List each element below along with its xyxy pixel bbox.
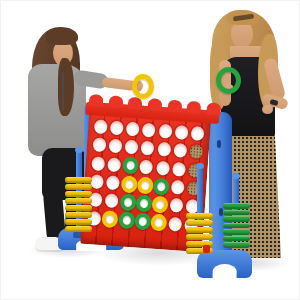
- left-player-necklace: [62, 72, 64, 110]
- left-player-hair-fringe: [46, 27, 78, 45]
- board-cell-r4c5[interactable]: [153, 177, 171, 196]
- board-cell-r1c7[interactable]: [189, 124, 207, 143]
- board-cell-r3c4[interactable]: [138, 157, 156, 176]
- empty-hole: [91, 156, 105, 171]
- board-cell-r5c4[interactable]: [135, 194, 153, 213]
- spare-ring: [223, 229, 250, 235]
- empty-hole: [170, 198, 184, 213]
- empty-hole: [190, 145, 204, 160]
- spare-ring: [65, 219, 92, 225]
- empty-hole: [140, 159, 154, 174]
- green-ring-piece: [134, 213, 151, 231]
- green-ring-piece: [122, 157, 139, 175]
- board-scallops: [86, 94, 224, 113]
- green-ring-piece: [118, 212, 135, 230]
- board-cell-r5c5[interactable]: [152, 195, 170, 214]
- board-cell-r2c5[interactable]: [155, 140, 173, 159]
- scallop-bump: [108, 95, 123, 108]
- board-cell-r4c2[interactable]: [104, 173, 122, 192]
- empty-hole: [106, 176, 120, 191]
- board-cell-r2c4[interactable]: [139, 139, 157, 158]
- board-cell-r6c5[interactable]: [150, 213, 168, 232]
- spare-ring: [223, 223, 250, 229]
- spare-ring: [186, 220, 213, 226]
- spare-ring: [65, 191, 92, 197]
- board-cell-r2c7[interactable]: [188, 142, 206, 161]
- board-cell-r1c4[interactable]: [140, 121, 158, 140]
- board-cell-r3c5[interactable]: [154, 158, 172, 177]
- empty-hole: [142, 123, 156, 138]
- board-cell-r4c3[interactable]: [120, 174, 138, 193]
- board-cell-r3c1[interactable]: [89, 154, 107, 173]
- empty-hole: [125, 140, 139, 155]
- right-player-right-hand: [262, 105, 273, 114]
- empty-hole: [175, 125, 189, 140]
- empty-hole: [105, 194, 119, 209]
- board-cell-r6c3[interactable]: [118, 211, 136, 230]
- spare-ring: [65, 184, 92, 190]
- yellow-ring-piece: [102, 210, 119, 228]
- board-cell-r2c1[interactable]: [90, 136, 108, 155]
- spare-ring: [65, 226, 92, 232]
- spare-ring: [223, 236, 250, 242]
- board-cell-r5c2[interactable]: [103, 192, 121, 211]
- board-cell-r1c2[interactable]: [108, 118, 126, 137]
- board-cell-r1c5[interactable]: [157, 122, 175, 141]
- spare-ring: [65, 212, 92, 218]
- green-ring-stack-right: [223, 202, 250, 248]
- yellow-ring-piece: [120, 175, 137, 193]
- empty-hole: [191, 126, 205, 141]
- left-player-hair-strand: [58, 58, 74, 116]
- scallop-bump: [89, 94, 104, 107]
- yellow-ring-piece: [152, 196, 169, 214]
- empty-hole: [126, 122, 140, 137]
- spare-ring: [223, 203, 250, 209]
- board-cell-r5c6[interactable]: [168, 196, 186, 215]
- empty-hole: [172, 162, 186, 177]
- empty-hole: [92, 138, 106, 153]
- board-cell-r3c6[interactable]: [170, 159, 188, 178]
- spare-ring: [223, 242, 250, 248]
- board-cell-r4c4[interactable]: [137, 176, 155, 195]
- post-slot: [217, 140, 221, 148]
- board-cell-r2c2[interactable]: [107, 137, 125, 156]
- board-cell-r1c3[interactable]: [124, 120, 142, 139]
- spare-ring: [186, 213, 213, 219]
- empty-hole: [171, 180, 185, 195]
- scallop-bump: [148, 98, 163, 111]
- board-cell-r2c6[interactable]: [172, 141, 190, 160]
- board-cell-r1c1[interactable]: [92, 117, 110, 136]
- board-cell-r5c3[interactable]: [119, 193, 137, 212]
- empty-hole: [158, 124, 172, 139]
- board-cell-r3c2[interactable]: [105, 155, 123, 174]
- spare-ring: [65, 198, 92, 204]
- green-ring-piece: [153, 177, 170, 195]
- board-cell-r4c6[interactable]: [169, 178, 187, 197]
- board-cell-r1c6[interactable]: [173, 123, 191, 142]
- spare-ring: [65, 177, 92, 183]
- yellow-ring-piece: [150, 214, 167, 232]
- empty-hole: [107, 157, 121, 172]
- empty-hole: [110, 121, 124, 136]
- spare-ring: [65, 205, 92, 211]
- board-cell-r6c2[interactable]: [102, 210, 120, 229]
- giant-connect-four-photo: [0, 0, 300, 300]
- scallop-bump: [167, 99, 182, 112]
- spare-ring: [186, 234, 213, 240]
- scallop-bump: [206, 102, 221, 115]
- yellow-ring-piece: [137, 176, 154, 194]
- red-clip: [203, 245, 210, 253]
- empty-hole: [141, 141, 155, 156]
- board-cell-r3c3[interactable]: [122, 156, 140, 175]
- empty-hole: [108, 139, 122, 154]
- empty-hole: [156, 161, 170, 176]
- green-ring-piece: [119, 193, 136, 211]
- yellow-ring-in-hand: [132, 74, 154, 99]
- empty-hole: [173, 143, 187, 158]
- empty-hole: [93, 120, 107, 135]
- scallop-bump: [187, 101, 202, 114]
- board-cell-r6c6[interactable]: [166, 214, 184, 233]
- green-ring-in-hand: [216, 67, 241, 94]
- spare-ring: [223, 216, 250, 222]
- empty-hole: [157, 142, 171, 157]
- board-right-foot: [197, 250, 252, 278]
- empty-hole: [168, 217, 182, 232]
- yellow-ring-stack-left: [65, 176, 92, 232]
- board-cell-r2c3[interactable]: [123, 138, 141, 157]
- board-cell-r6c4[interactable]: [134, 212, 152, 231]
- spare-ring: [186, 227, 213, 233]
- green-ring-piece: [135, 194, 152, 212]
- spare-ring: [223, 210, 250, 216]
